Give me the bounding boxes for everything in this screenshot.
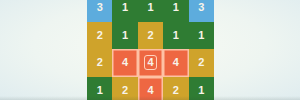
- tile-2[interactable]: 2: [138, 22, 163, 50]
- tile-2[interactable]: 2: [163, 77, 188, 101]
- tile-1[interactable]: 1: [189, 77, 214, 101]
- tile-value: 1: [195, 28, 208, 43]
- tile-value: 4: [144, 83, 157, 98]
- tile-value: 1: [195, 83, 208, 98]
- tile-value: 4: [169, 55, 182, 70]
- tile-1[interactable]: 1: [112, 0, 137, 22]
- tile-value: 2: [169, 83, 182, 98]
- tile-value: 3: [93, 0, 106, 15]
- tile-value: 2: [144, 28, 157, 43]
- tile-1[interactable]: 1: [112, 22, 137, 50]
- tile-value: 2: [93, 28, 106, 43]
- tile-4[interactable]: 4: [163, 49, 188, 77]
- tile-value: 3: [195, 0, 208, 15]
- tile-4[interactable]: 4: [138, 77, 163, 101]
- tile-1[interactable]: 1: [189, 22, 214, 50]
- tile-value: 1: [119, 0, 132, 15]
- tile-1[interactable]: 1: [87, 77, 112, 101]
- puzzle-board: 31113212112444212421: [87, 0, 214, 100]
- tile-value: 1: [169, 28, 182, 43]
- tile-value: 4: [119, 55, 132, 70]
- tile-value: 1: [144, 0, 157, 15]
- tile-2[interactable]: 2: [87, 49, 112, 77]
- tile-value: 1: [119, 28, 132, 43]
- tile-value: 2: [195, 55, 208, 70]
- tile-value: 2: [93, 55, 106, 70]
- tile-1[interactable]: 1: [163, 0, 188, 22]
- tile-value: 2: [119, 83, 132, 98]
- tile-2[interactable]: 2: [112, 77, 137, 101]
- game-background: 31113212112444212421: [0, 0, 300, 100]
- tile-value: 1: [93, 83, 106, 98]
- tile-1[interactable]: 1: [138, 0, 163, 22]
- tile-2[interactable]: 2: [87, 22, 112, 50]
- tile-2[interactable]: 2: [189, 49, 214, 77]
- tile-3[interactable]: 3: [189, 0, 214, 22]
- tile-value: 1: [169, 0, 182, 15]
- tile-4-selected[interactable]: 4: [138, 49, 163, 77]
- tile-4[interactable]: 4: [112, 49, 137, 77]
- tile-3[interactable]: 3: [87, 0, 112, 22]
- tile-1[interactable]: 1: [163, 22, 188, 50]
- selected-tile-value: 4: [144, 55, 157, 70]
